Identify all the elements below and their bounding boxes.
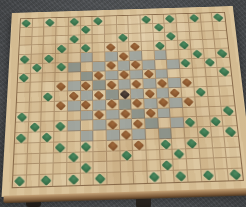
board-cell-r0c3[interactable] (57, 18, 69, 27)
board-cell-r8c14[interactable] (194, 87, 208, 97)
board-cell-r14c0[interactable] (14, 154, 28, 165)
board-cell-r1c13[interactable] (177, 23, 190, 32)
board-cell-r2c5[interactable] (81, 35, 93, 44)
board-cell-r5c5[interactable] (81, 62, 93, 72)
board-cell-r12c14[interactable] (198, 127, 212, 138)
board-cell-r6c7[interactable] (106, 71, 119, 81)
board-cell-r0c16[interactable] (212, 13, 225, 22)
board-cell-r0c6[interactable] (93, 16, 105, 25)
board-cell-r2c14[interactable] (190, 31, 203, 40)
board-cell-r12c15[interactable] (211, 127, 225, 138)
board-cell-r9c12[interactable] (170, 98, 183, 108)
board-cell-r6c0[interactable] (18, 73, 31, 83)
board-cell-r10c13[interactable] (183, 107, 197, 118)
board-cell-r5c1[interactable] (31, 64, 44, 74)
board-cell-r11c7[interactable] (106, 120, 119, 131)
board-cell-r15c12[interactable] (174, 160, 188, 171)
board-cell-r3c4[interactable] (68, 44, 80, 54)
board-cell-r16c13[interactable] (188, 170, 202, 181)
board-cell-r14c14[interactable] (199, 148, 213, 159)
board-cell-r0c11[interactable] (152, 15, 165, 24)
board-cell-r3c5[interactable] (81, 44, 93, 54)
board-cell-r1c6[interactable] (93, 25, 105, 34)
board-cell-r0c12[interactable] (164, 14, 177, 23)
board-cell-r10c11[interactable] (158, 108, 172, 119)
board-cell-r8c12[interactable] (169, 88, 182, 98)
board-cell-r0c4[interactable] (69, 17, 81, 26)
board-cell-r8c16[interactable] (220, 86, 234, 96)
board-cell-r14c11[interactable] (160, 149, 174, 160)
board-cell-r0c7[interactable] (105, 16, 117, 25)
board-cell-r10c4[interactable] (68, 111, 81, 122)
board-cell-r15c11[interactable] (160, 160, 174, 171)
board-cell-r4c9[interactable] (130, 51, 143, 61)
board-cell-r5c6[interactable] (93, 62, 106, 72)
board-cell-r7c15[interactable] (206, 77, 220, 87)
board-cell-r10c10[interactable] (145, 108, 158, 119)
board-cell-r9c16[interactable] (221, 96, 235, 106)
board-cell-r13c9[interactable] (133, 140, 147, 151)
board-cell-r7c13[interactable] (181, 78, 194, 88)
board-cell-r2c11[interactable] (153, 32, 166, 41)
board-cell-r8c6[interactable] (93, 90, 106, 100)
brown-inlay-diamond (94, 110, 104, 120)
board-cell-r14c3[interactable] (54, 153, 67, 164)
board-cell-r1c14[interactable] (189, 22, 202, 31)
board-cell-r15c9[interactable] (134, 161, 148, 172)
board-cell-r4c4[interactable] (68, 53, 80, 63)
board-cell-r7c9[interactable] (131, 79, 144, 89)
green-inlay-diamond (16, 133, 27, 143)
board-cell-r13c13[interactable] (185, 138, 199, 149)
board-cell-r7c3[interactable] (55, 82, 68, 92)
board-cell-r10c2[interactable] (42, 112, 55, 123)
green-inlay-diamond (44, 54, 54, 63)
board-cell-r12c9[interactable] (133, 129, 146, 140)
board-cell-r8c5[interactable] (81, 91, 94, 101)
board-cell-r4c7[interactable] (105, 52, 118, 62)
board-cell-r5c10[interactable] (142, 60, 155, 70)
board-cell-r0c1[interactable] (33, 18, 45, 27)
board-cell-r3c12[interactable] (166, 41, 179, 51)
board-cell-r7c16[interactable] (219, 77, 233, 87)
board-cell-r11c4[interactable] (67, 121, 80, 132)
board-cell-r13c5[interactable] (80, 141, 93, 152)
board-cell-r1c10[interactable] (141, 24, 154, 33)
board-cell-r10c1[interactable] (29, 112, 42, 123)
board-cell-r13c10[interactable] (146, 139, 160, 150)
board-cell-r7c6[interactable] (93, 81, 106, 91)
board-cell-r9c2[interactable] (42, 102, 55, 112)
board-cell-r0c8[interactable] (117, 16, 129, 25)
board-cell-r8c15[interactable] (207, 87, 221, 97)
board-cell-r4c0[interactable] (19, 55, 32, 65)
board-cell-r12c10[interactable] (146, 129, 160, 140)
board-cell-r5c13[interactable] (180, 59, 193, 69)
board-cell-r12c0[interactable] (15, 133, 29, 144)
board-cell-r5c15[interactable] (204, 58, 217, 68)
board-cell-r9c14[interactable] (195, 97, 209, 107)
board-cell-r14c8[interactable] (120, 151, 134, 162)
board-cell-r11c5[interactable] (80, 121, 93, 132)
board-cell-r16c8[interactable] (121, 172, 135, 183)
board-cell-r6c4[interactable] (68, 72, 81, 82)
board-cell-r5c3[interactable] (56, 63, 69, 73)
board-cell-r4c13[interactable] (179, 50, 192, 60)
board-cell-r11c16[interactable] (223, 116, 237, 127)
board-cell-r4c8[interactable] (117, 52, 130, 62)
board-cell-r16c3[interactable] (53, 174, 67, 186)
board-cell-r5c9[interactable] (130, 60, 143, 70)
board-cell-r16c1[interactable] (26, 175, 40, 187)
board-cell-r13c3[interactable] (54, 142, 67, 153)
board-cell-r16c6[interactable] (94, 173, 108, 184)
board-cell-r11c6[interactable] (93, 120, 106, 131)
board-cell-r2c12[interactable] (165, 32, 178, 41)
board-cell-r8c10[interactable] (144, 89, 157, 99)
board-cell-r13c12[interactable] (172, 138, 186, 149)
board-cell-r3c8[interactable] (117, 42, 130, 52)
board-cell-r7c7[interactable] (106, 80, 119, 90)
board-cell-r7c11[interactable] (156, 79, 169, 89)
board-cell-r15c1[interactable] (27, 164, 41, 175)
board-cell-r8c9[interactable] (131, 89, 144, 99)
board-cell-r2c4[interactable] (68, 35, 80, 44)
board-cell-r11c14[interactable] (197, 117, 211, 128)
board-cell-r3c10[interactable] (142, 42, 155, 52)
board-cell-r0c5[interactable] (81, 17, 93, 26)
board-cell-r9c8[interactable] (119, 99, 132, 109)
board-cell-r1c1[interactable] (32, 27, 44, 36)
board-cell-r15c15[interactable] (214, 158, 228, 169)
brown-inlay-diamond (94, 90, 104, 99)
board-cell-r5c0[interactable] (18, 64, 31, 74)
board-cell-r14c10[interactable] (147, 150, 161, 161)
board-cell-r14c2[interactable] (40, 153, 54, 164)
board-cell-r10c3[interactable] (55, 111, 68, 122)
board-cell-r15c6[interactable] (94, 162, 108, 173)
board-cell-r9c5[interactable] (81, 100, 94, 110)
board-cell-r2c8[interactable] (117, 33, 129, 42)
board-cell-r9c1[interactable] (29, 102, 42, 112)
board-cell-r16c16[interactable] (228, 169, 243, 180)
board-cell-r11c12[interactable] (171, 118, 185, 129)
board-cell-r4c14[interactable] (191, 49, 204, 59)
board-cell-r7c1[interactable] (30, 83, 43, 93)
board-cell-r7c12[interactable] (168, 78, 181, 88)
board-cell-r11c9[interactable] (132, 119, 145, 130)
board-cell-r5c8[interactable] (118, 61, 131, 71)
board-cell-r10c16[interactable] (222, 106, 236, 116)
board-cell-r1c16[interactable] (213, 21, 226, 30)
board-cell-r4c15[interactable] (204, 49, 217, 59)
board-cell-r11c11[interactable] (158, 118, 172, 129)
green-inlay-diamond (13, 176, 24, 187)
board-cell-r16c14[interactable] (201, 170, 215, 181)
board-cell-r1c2[interactable] (44, 27, 56, 36)
board-cell-r1c7[interactable] (105, 25, 117, 34)
board-cell-r6c15[interactable] (205, 67, 218, 77)
board-cell-r16c7[interactable] (107, 173, 121, 184)
board-cell-r12c13[interactable] (185, 128, 199, 139)
board-cell-r11c10[interactable] (145, 119, 158, 130)
board-cell-r1c4[interactable] (69, 26, 81, 35)
board-cell-r16c12[interactable] (174, 171, 188, 182)
board-cell-r6c8[interactable] (118, 70, 131, 80)
board-cell-r7c10[interactable] (143, 79, 156, 89)
board-cell-r9c9[interactable] (132, 99, 145, 109)
board-cell-r6c11[interactable] (155, 69, 168, 79)
board-cell-r8c11[interactable] (156, 88, 169, 98)
green-inlay-diamond (161, 160, 172, 170)
board-cell-r0c15[interactable] (200, 13, 213, 22)
board-cell-r4c11[interactable] (154, 50, 167, 60)
board-cell-r9c7[interactable] (106, 100, 119, 110)
board-cell-r14c15[interactable] (213, 148, 227, 159)
board-cell-r16c2[interactable] (40, 175, 54, 187)
board-cell-r0c0[interactable] (20, 19, 32, 28)
board-cell-r10c14[interactable] (196, 107, 210, 118)
board-cell-r13c2[interactable] (41, 143, 54, 154)
board-cell-r5c11[interactable] (155, 60, 168, 70)
board-cell-r12c7[interactable] (107, 130, 120, 141)
board-cell-r2c7[interactable] (105, 34, 117, 43)
board-cell-r7c2[interactable] (43, 82, 56, 92)
board-cell-r10c15[interactable] (209, 106, 223, 117)
board-cell-r6c12[interactable] (168, 69, 181, 79)
board-cell-r6c2[interactable] (43, 73, 56, 83)
board-cell-r10c6[interactable] (93, 110, 106, 121)
board-cell-r11c1[interactable] (28, 122, 41, 133)
board-cell-r9c13[interactable] (182, 97, 196, 107)
board-cell-r10c9[interactable] (132, 109, 145, 120)
board-cell-r3c15[interactable] (203, 40, 216, 50)
board-cell-r5c12[interactable] (167, 59, 180, 69)
board-cell-r12c5[interactable] (80, 131, 93, 142)
board-cell-r11c15[interactable] (210, 117, 224, 128)
board-cell-r8c2[interactable] (42, 92, 55, 102)
board-cell-r6c13[interactable] (180, 68, 193, 78)
board-cell-r11c8[interactable] (119, 119, 132, 130)
board-cell-r3c16[interactable] (215, 39, 228, 49)
board-cell-r14c6[interactable] (94, 151, 107, 162)
green-inlay-diamond (187, 138, 198, 148)
board-cell-r4c1[interactable] (31, 54, 44, 64)
board-cell-r1c9[interactable] (129, 24, 141, 33)
board-cell-r2c2[interactable] (44, 36, 56, 45)
board-cell-r1c5[interactable] (81, 26, 93, 35)
board-cell-r14c1[interactable] (27, 154, 41, 165)
board-cell-r5c4[interactable] (68, 62, 80, 72)
board-cell-r15c7[interactable] (107, 162, 121, 173)
board-cell-r4c3[interactable] (56, 53, 68, 63)
board-cell-r13c7[interactable] (107, 140, 120, 151)
board-cell-r8c1[interactable] (30, 92, 43, 102)
board-cell-r15c2[interactable] (40, 164, 54, 175)
board-cell-r12c4[interactable] (67, 131, 80, 142)
board-cell-r16c5[interactable] (80, 174, 94, 185)
board-cell-r8c0[interactable] (17, 93, 30, 103)
board-cell-r4c5[interactable] (81, 53, 93, 63)
board-cell-r14c13[interactable] (186, 149, 200, 160)
board-cell-r2c9[interactable] (129, 33, 142, 42)
board-cell-r15c4[interactable] (67, 163, 80, 174)
board-cell-r12c3[interactable] (54, 132, 67, 143)
board-cell-r13c8[interactable] (120, 140, 134, 151)
board-cell-r13c6[interactable] (94, 141, 107, 152)
board-cell-r13c0[interactable] (14, 143, 28, 154)
board-cell-r9c6[interactable] (93, 100, 106, 110)
board-cell-r15c3[interactable] (54, 163, 68, 174)
board-cell-r6c5[interactable] (81, 71, 94, 81)
board-cell-r9c4[interactable] (68, 101, 81, 111)
board-cell-r13c16[interactable] (225, 137, 239, 148)
board-cell-r16c0[interactable] (13, 176, 27, 188)
board-cell-r15c16[interactable] (227, 158, 242, 169)
board-cell-r16c11[interactable] (161, 171, 175, 182)
brown-inlay-diamond (120, 130, 131, 140)
board-cell-r5c2[interactable] (43, 63, 56, 73)
board-cell-r12c2[interactable] (41, 132, 54, 143)
board-cell-r1c12[interactable] (165, 23, 178, 32)
board-cell-r14c5[interactable] (80, 152, 93, 163)
board-cell-r14c12[interactable] (173, 149, 187, 160)
board-cell-r16c15[interactable] (215, 169, 230, 180)
board-cell-r6c6[interactable] (93, 71, 106, 81)
board-cell-r3c6[interactable] (93, 43, 105, 53)
board-cell-r11c3[interactable] (54, 121, 67, 132)
board-cell-r3c14[interactable] (190, 40, 203, 50)
board-cell-r3c0[interactable] (19, 45, 32, 55)
board-cell-r4c6[interactable] (93, 52, 105, 62)
board-cell-r1c15[interactable] (201, 22, 214, 31)
board-cell-r1c11[interactable] (153, 23, 166, 32)
board-cell-r2c6[interactable] (93, 34, 105, 43)
board-cell-r15c0[interactable] (13, 165, 27, 176)
board-cell-r11c0[interactable] (15, 123, 28, 134)
board-cell-r6c3[interactable] (55, 72, 68, 82)
board-cell-r0c2[interactable] (45, 18, 57, 27)
board-cell-r15c10[interactable] (147, 161, 161, 172)
board-cell-r6c10[interactable] (143, 69, 156, 79)
board-cell-r5c7[interactable] (105, 61, 118, 71)
board-cell-r15c14[interactable] (200, 159, 214, 170)
board-cell-r2c10[interactable] (141, 33, 154, 42)
board-cell-r3c1[interactable] (31, 45, 44, 55)
board-cell-r8c4[interactable] (68, 91, 81, 101)
board-cell-r3c11[interactable] (154, 41, 167, 51)
board-cell-r9c10[interactable] (144, 98, 157, 108)
board-cell-r1c0[interactable] (20, 28, 32, 37)
board-cell-r0c14[interactable] (188, 13, 201, 22)
board-cell-r13c4[interactable] (67, 142, 80, 153)
board-cell-r4c10[interactable] (142, 51, 155, 61)
board-cell-r9c0[interactable] (16, 102, 29, 112)
board-cell-r11c13[interactable] (184, 117, 198, 128)
board-cell-r5c16[interactable] (217, 58, 230, 68)
board-cell-r7c4[interactable] (68, 81, 81, 91)
board-cell-r13c14[interactable] (199, 138, 213, 149)
board-cell-r4c12[interactable] (167, 50, 180, 60)
board-cell-r7c5[interactable] (81, 81, 94, 91)
board-cell-r2c16[interactable] (214, 30, 227, 39)
board-cell-r9c3[interactable] (55, 101, 68, 111)
board-cell-r9c11[interactable] (157, 98, 170, 108)
board-cell-r3c3[interactable] (56, 44, 68, 54)
board-cell-r0c10[interactable] (140, 15, 152, 24)
green-inlay-diamond (118, 33, 128, 42)
board-cell-r10c12[interactable] (170, 108, 184, 119)
board-cell-r4c2[interactable] (43, 54, 56, 64)
board-cell-r7c8[interactable] (118, 80, 131, 90)
board-cell-r4c16[interactable] (216, 48, 229, 58)
board-cell-r7c0[interactable] (17, 83, 30, 93)
green-inlay-diamond (141, 15, 151, 23)
board-cell-r15c8[interactable] (120, 161, 134, 172)
board-cell-r10c7[interactable] (106, 110, 119, 121)
board-cell-r10c0[interactable] (16, 112, 29, 123)
board-cell-r13c11[interactable] (159, 139, 173, 150)
board-cell-r0c9[interactable] (128, 15, 140, 24)
board-cell-r16c9[interactable] (134, 172, 148, 183)
board-cell-r8c8[interactable] (119, 89, 132, 99)
board-cell-r14c7[interactable] (107, 151, 121, 162)
board-cell-r1c3[interactable] (56, 26, 68, 35)
board-cell-r9c15[interactable] (208, 96, 222, 106)
board-cell-r2c13[interactable] (178, 31, 191, 40)
board-cell-r14c9[interactable] (133, 150, 147, 161)
board-cell-r8c7[interactable] (106, 90, 119, 100)
board-cell-r12c12[interactable] (172, 128, 186, 139)
board-cell-r13c1[interactable] (28, 143, 42, 154)
board-cell-r3c7[interactable] (105, 43, 117, 53)
board-cell-r8c3[interactable] (55, 91, 68, 101)
board-cell-r11c2[interactable] (41, 122, 54, 133)
board-cell-r6c16[interactable] (218, 67, 232, 77)
board-cell-r12c1[interactable] (28, 132, 41, 143)
board-cell-r2c3[interactable] (56, 35, 68, 44)
board-cell-r3c13[interactable] (178, 40, 191, 50)
board-cell-r1c8[interactable] (117, 24, 129, 33)
board-cell-r2c15[interactable] (202, 31, 215, 40)
board-cell-r15c5[interactable] (80, 163, 93, 174)
board-cell-r13c15[interactable] (212, 137, 226, 148)
board-cell-r10c5[interactable] (80, 110, 93, 121)
board-cell-r6c14[interactable] (193, 68, 206, 78)
board-cell-r16c4[interactable] (67, 174, 81, 185)
board-cell-r12c11[interactable] (159, 128, 173, 139)
board-cell-r14c4[interactable] (67, 152, 80, 163)
brown-inlay-diamond (56, 101, 66, 111)
board-cell-r0c13[interactable] (176, 14, 189, 23)
board-cell-r14c16[interactable] (226, 147, 240, 158)
board-cell-r12c8[interactable] (120, 130, 133, 141)
board-cell-r2c1[interactable] (32, 36, 44, 45)
board-cell-r8c13[interactable] (182, 87, 195, 97)
board-cell-r3c9[interactable] (129, 42, 142, 52)
board-cell-r6c1[interactable] (30, 73, 43, 83)
board-cell-r12c6[interactable] (94, 130, 107, 141)
board-cell-r15c13[interactable] (187, 159, 201, 170)
board-cell-r6c9[interactable] (130, 70, 143, 80)
board-cell-r3c2[interactable] (44, 45, 56, 55)
board-cell-r12c16[interactable] (224, 126, 238, 137)
board-cell-r2c0[interactable] (20, 36, 33, 45)
board-cell-r10c8[interactable] (119, 109, 132, 120)
board-cell-r7c14[interactable] (194, 77, 207, 87)
board-cell-r5c14[interactable] (192, 58, 205, 68)
board-cell-r16c10[interactable] (148, 171, 162, 182)
